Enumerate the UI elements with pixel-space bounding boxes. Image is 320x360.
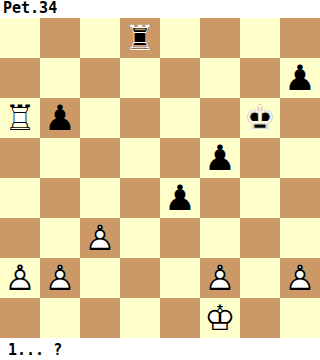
square-f6[interactable]: [200, 98, 240, 138]
square-h1[interactable]: [280, 298, 320, 338]
white-pawn-outline: ♙: [280, 258, 320, 298]
square-d7[interactable]: [120, 58, 160, 98]
square-e5[interactable]: [160, 138, 200, 178]
square-a4[interactable]: [0, 178, 40, 218]
white-rook[interactable]: ♜♖: [0, 98, 40, 138]
white-pawn-outline: ♙: [200, 258, 240, 298]
square-c4[interactable]: [80, 178, 120, 218]
square-a8[interactable]: [0, 18, 40, 58]
black-rook-outline: ♖: [120, 18, 160, 58]
square-h7[interactable]: ♟: [280, 58, 320, 98]
black-pawn-glyph: ♟: [160, 178, 200, 218]
square-f2[interactable]: ♟♙: [200, 258, 240, 298]
square-a2[interactable]: ♟♙: [0, 258, 40, 298]
square-e3[interactable]: [160, 218, 200, 258]
square-d1[interactable]: [120, 298, 160, 338]
square-e4[interactable]: ♟: [160, 178, 200, 218]
square-h4[interactable]: [280, 178, 320, 218]
square-h3[interactable]: [280, 218, 320, 258]
square-g7[interactable]: [240, 58, 280, 98]
square-e8[interactable]: [160, 18, 200, 58]
black-pawn-glyph: ♟: [280, 58, 320, 98]
black-pawn[interactable]: ♟: [40, 98, 80, 138]
square-h6[interactable]: [280, 98, 320, 138]
white-pawn-outline: ♙: [0, 258, 40, 298]
square-c7[interactable]: [80, 58, 120, 98]
square-e7[interactable]: [160, 58, 200, 98]
square-b4[interactable]: [40, 178, 80, 218]
square-d8[interactable]: ♜♖: [120, 18, 160, 58]
square-d2[interactable]: [120, 258, 160, 298]
square-b1[interactable]: [40, 298, 80, 338]
square-f4[interactable]: [200, 178, 240, 218]
square-e6[interactable]: [160, 98, 200, 138]
square-a3[interactable]: [0, 218, 40, 258]
square-c5[interactable]: [80, 138, 120, 178]
white-king-outline: ♔: [200, 298, 240, 338]
square-g4[interactable]: [240, 178, 280, 218]
square-h8[interactable]: [280, 18, 320, 58]
square-f5[interactable]: ♟: [200, 138, 240, 178]
white-pawn[interactable]: ♟♙: [80, 218, 120, 258]
square-f7[interactable]: [200, 58, 240, 98]
black-pawn-glyph: ♟: [40, 98, 80, 138]
square-b8[interactable]: [40, 18, 80, 58]
square-g6[interactable]: ♚♔: [240, 98, 280, 138]
square-h5[interactable]: [280, 138, 320, 178]
square-b6[interactable]: ♟: [40, 98, 80, 138]
square-g5[interactable]: [240, 138, 280, 178]
white-pawn[interactable]: ♟♙: [200, 258, 240, 298]
square-g2[interactable]: [240, 258, 280, 298]
square-d3[interactable]: [120, 218, 160, 258]
white-pawn-outline: ♙: [80, 218, 120, 258]
square-c8[interactable]: [80, 18, 120, 58]
square-a5[interactable]: [0, 138, 40, 178]
white-pawn[interactable]: ♟♙: [280, 258, 320, 298]
square-d5[interactable]: [120, 138, 160, 178]
square-a6[interactable]: ♜♖: [0, 98, 40, 138]
square-f1[interactable]: ♚♔: [200, 298, 240, 338]
white-pawn[interactable]: ♟♙: [40, 258, 80, 298]
black-king-outline: ♔: [240, 98, 280, 138]
white-rook-outline: ♖: [0, 98, 40, 138]
square-e1[interactable]: [160, 298, 200, 338]
square-h2[interactable]: ♟♙: [280, 258, 320, 298]
white-pawn-outline: ♙: [40, 258, 80, 298]
square-c2[interactable]: [80, 258, 120, 298]
square-a7[interactable]: [0, 58, 40, 98]
black-king[interactable]: ♚♔: [240, 98, 280, 138]
square-b7[interactable]: [40, 58, 80, 98]
square-c1[interactable]: [80, 298, 120, 338]
square-f8[interactable]: [200, 18, 240, 58]
black-rook[interactable]: ♜♖: [120, 18, 160, 58]
square-g1[interactable]: [240, 298, 280, 338]
black-pawn[interactable]: ♟: [160, 178, 200, 218]
square-g8[interactable]: [240, 18, 280, 58]
square-a1[interactable]: [0, 298, 40, 338]
chess-board: ♜♖♟♜♖♟♚♔♟♟♟♙♟♙♟♙♟♙♟♙♚♔: [0, 18, 320, 338]
white-pawn[interactable]: ♟♙: [0, 258, 40, 298]
square-g3[interactable]: [240, 218, 280, 258]
square-d6[interactable]: [120, 98, 160, 138]
square-b2[interactable]: ♟♙: [40, 258, 80, 298]
square-e2[interactable]: [160, 258, 200, 298]
square-f3[interactable]: [200, 218, 240, 258]
square-c3[interactable]: ♟♙: [80, 218, 120, 258]
black-pawn[interactable]: ♟: [280, 58, 320, 98]
black-pawn-glyph: ♟: [200, 138, 240, 178]
square-b3[interactable]: [40, 218, 80, 258]
square-b5[interactable]: [40, 138, 80, 178]
black-pawn[interactable]: ♟: [200, 138, 240, 178]
square-d4[interactable]: [120, 178, 160, 218]
chess-diagram-page: Pet.34 ♜♖♟♜♖♟♚♔♟♟♟♙♟♙♟♙♟♙♟♙♚♔ 1... ?: [0, 0, 320, 360]
square-c6[interactable]: [80, 98, 120, 138]
move-prompt: 1... ?: [0, 338, 320, 360]
diagram-title: Pet.34: [0, 0, 320, 18]
white-king[interactable]: ♚♔: [200, 298, 240, 338]
